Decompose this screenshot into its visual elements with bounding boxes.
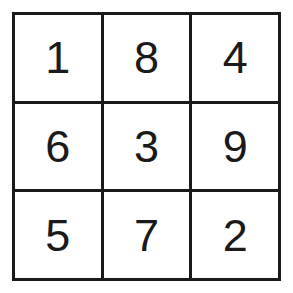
grid-cell-r2c0: 5: [15, 192, 101, 278]
grid-cell-r0c1: 8: [104, 15, 190, 101]
grid-cell-r1c1: 3: [104, 104, 190, 190]
puzzle-diagram: 1 8 4 6 3 9 5 7 2: [0, 0, 293, 293]
grid-cell-r1c2: 9: [192, 104, 278, 190]
grid-cell-r0c0: 1: [15, 15, 101, 101]
grid-cell-r0c2: 4: [192, 15, 278, 101]
grid-cell-r1c0: 6: [15, 104, 101, 190]
number-grid: 1 8 4 6 3 9 5 7 2: [12, 12, 281, 281]
grid-cell-r2c1: 7: [104, 192, 190, 278]
grid-cell-r2c2: 2: [192, 192, 278, 278]
